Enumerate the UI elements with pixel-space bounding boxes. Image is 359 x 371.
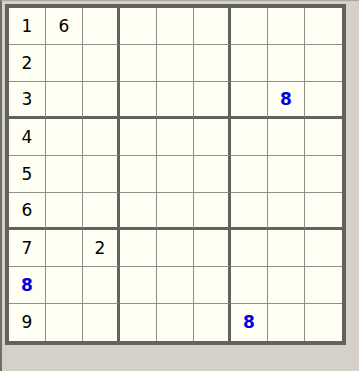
cell-r6c9[interactable] [305,193,342,230]
cell-r6c2[interactable] [46,193,83,230]
cell-r8c7[interactable] [231,267,268,304]
cell-r5c9[interactable] [305,156,342,193]
cell-r2c6[interactable] [194,45,231,82]
cell-r5c2[interactable] [46,156,83,193]
cell-r3c2[interactable] [46,82,83,119]
cell-r3c3[interactable] [83,82,120,119]
cell-r9c6[interactable] [194,304,231,341]
cell-r4c7[interactable] [231,119,268,156]
cell-r7c4[interactable] [120,230,157,267]
cell-r4c8[interactable] [268,119,305,156]
cell-r6c4[interactable] [120,193,157,230]
cell-r4c2[interactable] [46,119,83,156]
cell-r2c9[interactable] [305,45,342,82]
cell-r6c5[interactable] [157,193,194,230]
cell-r2c2[interactable] [46,45,83,82]
cell-r6c3[interactable] [83,193,120,230]
cell-r7c8[interactable] [268,230,305,267]
cell-r1c9[interactable] [305,8,342,45]
board-row-2: 2 [9,45,342,82]
cell-r9c7[interactable]: 8 [231,304,268,341]
cell-r3c5[interactable] [157,82,194,119]
cell-r8c9[interactable] [305,267,342,304]
cell-r1c4[interactable] [120,8,157,45]
cell-r3c1[interactable]: 3 [9,82,46,119]
cell-r8c6[interactable] [194,267,231,304]
cell-r5c1[interactable]: 5 [9,156,46,193]
cell-r2c7[interactable] [231,45,268,82]
board-row-3: 38 [9,82,342,119]
cell-r6c6[interactable] [194,193,231,230]
cell-r4c1[interactable]: 4 [9,119,46,156]
board-row-7: 72 [9,230,342,267]
cell-r4c5[interactable] [157,119,194,156]
cell-r8c5[interactable] [157,267,194,304]
cell-r1c6[interactable] [194,8,231,45]
cell-r9c1[interactable]: 9 [9,304,46,341]
cell-r9c4[interactable] [120,304,157,341]
cell-r1c8[interactable] [268,8,305,45]
cell-r8c3[interactable] [83,267,120,304]
cell-r1c1[interactable]: 1 [9,8,46,45]
cell-r7c3[interactable]: 2 [83,230,120,267]
cell-r3c9[interactable] [305,82,342,119]
cell-r9c5[interactable] [157,304,194,341]
cell-r2c3[interactable] [83,45,120,82]
cell-r8c1[interactable]: 8 [9,267,46,304]
cell-r8c2[interactable] [46,267,83,304]
cell-r7c1[interactable]: 7 [9,230,46,267]
cell-r9c9[interactable] [305,304,342,341]
cell-r1c7[interactable] [231,8,268,45]
cell-r1c3[interactable] [83,8,120,45]
board-row-4: 4 [9,119,342,156]
cell-r3c6[interactable] [194,82,231,119]
cell-r2c1[interactable]: 2 [9,45,46,82]
board-row-5: 5 [9,156,342,193]
cell-r5c8[interactable] [268,156,305,193]
board-row-6: 6 [9,193,342,230]
cell-r6c1[interactable]: 6 [9,193,46,230]
cell-r7c6[interactable] [194,230,231,267]
cell-r6c7[interactable] [231,193,268,230]
cell-r2c4[interactable] [120,45,157,82]
cell-r7c7[interactable] [231,230,268,267]
cell-r1c5[interactable] [157,8,194,45]
cell-r5c7[interactable] [231,156,268,193]
cell-r8c4[interactable] [120,267,157,304]
cell-r4c6[interactable] [194,119,231,156]
cell-r4c3[interactable] [83,119,120,156]
cell-r9c8[interactable] [268,304,305,341]
cell-r8c8[interactable] [268,267,305,304]
cell-r9c3[interactable] [83,304,120,341]
cell-r3c4[interactable] [120,82,157,119]
cell-r7c2[interactable] [46,230,83,267]
board-row-9: 98 [9,304,342,341]
cell-r9c2[interactable] [46,304,83,341]
cell-r3c8[interactable]: 8 [268,82,305,119]
sudoku-board: 1623845672898 [5,4,346,345]
sudoku-page: 1623845672898 [0,0,359,371]
board-row-8: 8 [9,267,342,304]
cell-r3c7[interactable] [231,82,268,119]
cell-r7c5[interactable] [157,230,194,267]
cell-r4c9[interactable] [305,119,342,156]
board-row-1: 16 [9,8,342,45]
cell-r1c2[interactable]: 6 [46,8,83,45]
cell-r5c3[interactable] [83,156,120,193]
cell-r4c4[interactable] [120,119,157,156]
cell-r7c9[interactable] [305,230,342,267]
cell-r2c5[interactable] [157,45,194,82]
cell-r5c5[interactable] [157,156,194,193]
cell-r5c4[interactable] [120,156,157,193]
cell-r2c8[interactable] [268,45,305,82]
cell-r5c6[interactable] [194,156,231,193]
cell-r6c8[interactable] [268,193,305,230]
